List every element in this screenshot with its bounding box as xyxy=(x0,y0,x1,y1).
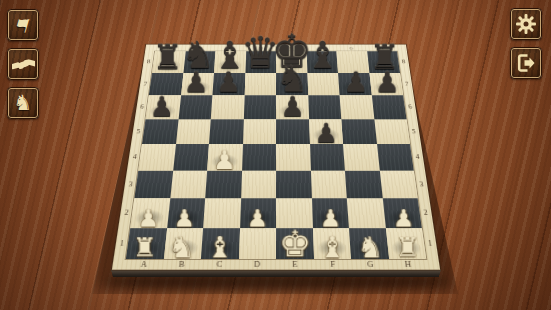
square-h5[interactable] xyxy=(374,119,410,144)
exit-button[interactable] xyxy=(510,47,542,79)
square-a1[interactable]: ♜ xyxy=(126,228,167,259)
square-c1[interactable]: ♝ xyxy=(201,228,240,259)
chess-board: ABCDEFGH ABCDEFGH 87654321 87654321 ♜♞♝♛… xyxy=(112,45,440,270)
file-label-top-h: H xyxy=(366,45,397,52)
file-label-top-a: A xyxy=(155,45,186,52)
square-b7[interactable]: ♟ xyxy=(181,73,214,96)
square-b6[interactable] xyxy=(178,95,212,119)
square-f6[interactable] xyxy=(308,95,341,119)
square-b3[interactable] xyxy=(170,170,207,198)
square-a8[interactable]: ♜ xyxy=(152,51,185,72)
square-g7[interactable]: ♟ xyxy=(338,73,371,96)
white-bishop[interactable]: ♝ xyxy=(206,232,232,261)
draw-handshake-button[interactable] xyxy=(7,48,39,80)
square-d1[interactable] xyxy=(238,228,276,259)
square-c2[interactable] xyxy=(203,198,240,228)
square-a4[interactable] xyxy=(138,144,175,170)
square-c4[interactable]: ♟ xyxy=(207,144,242,170)
square-h6[interactable] xyxy=(371,95,406,119)
white-pawn[interactable]: ♟ xyxy=(393,207,414,231)
square-d7[interactable] xyxy=(244,73,276,96)
handshake-icon xyxy=(12,54,35,75)
flag-button[interactable]: ⚑ xyxy=(7,9,39,41)
knight-icon: ♞ xyxy=(14,93,33,114)
square-b4[interactable] xyxy=(173,144,209,170)
file-label-top-g: G xyxy=(336,45,367,52)
square-c6[interactable] xyxy=(211,95,244,119)
square-h7[interactable]: ♟ xyxy=(369,73,403,96)
black-pawn[interactable]: ♟ xyxy=(280,94,305,121)
white-knight[interactable]: ♞ xyxy=(357,232,383,261)
square-d4[interactable] xyxy=(242,144,276,170)
square-f5[interactable]: ♟ xyxy=(309,119,343,144)
square-h1[interactable]: ♜ xyxy=(385,228,426,259)
square-a3[interactable] xyxy=(134,170,172,198)
file-label-top-e: E xyxy=(276,45,306,52)
square-c5[interactable] xyxy=(209,119,243,144)
square-a6[interactable]: ♟ xyxy=(146,95,181,119)
file-labels-top: ABCDEFGH xyxy=(155,45,397,52)
black-pawn[interactable]: ♟ xyxy=(216,69,241,97)
square-a5[interactable] xyxy=(142,119,178,144)
left-toolbar: ⚑ ♞ xyxy=(7,9,39,119)
square-g4[interactable] xyxy=(343,144,379,170)
file-label-top-b: B xyxy=(185,45,216,52)
black-queen[interactable]: ♛ xyxy=(241,31,280,74)
board-front-edge xyxy=(111,270,442,278)
gear-icon xyxy=(515,13,537,35)
black-pawn[interactable]: ♟ xyxy=(184,69,209,97)
square-e6[interactable]: ♟ xyxy=(276,95,309,119)
settings-button[interactable] xyxy=(510,8,542,40)
black-pawn[interactable]: ♟ xyxy=(375,69,400,97)
board-scene: ABCDEFGH ABCDEFGH 87654321 87654321 ♜♞♝♛… xyxy=(131,0,421,289)
square-g2[interactable] xyxy=(347,198,386,228)
square-f2[interactable]: ♟ xyxy=(311,198,348,228)
board-frame: ABCDEFGH ABCDEFGH 87654321 87654321 ♜♞♝♛… xyxy=(112,45,440,270)
black-pawn[interactable]: ♟ xyxy=(149,94,174,121)
black-pawn[interactable]: ♟ xyxy=(314,120,338,147)
knight-button[interactable]: ♞ xyxy=(7,87,39,119)
file-label-top-d: D xyxy=(246,45,276,52)
black-pawn[interactable]: ♟ xyxy=(343,69,368,97)
square-d2[interactable]: ♟ xyxy=(240,198,276,228)
square-e5[interactable] xyxy=(276,119,310,144)
white-pawn[interactable]: ♟ xyxy=(213,147,236,173)
white-bishop[interactable]: ♝ xyxy=(319,232,345,261)
square-g5[interactable] xyxy=(341,119,376,144)
square-d8[interactable]: ♛ xyxy=(245,51,276,72)
square-d3[interactable] xyxy=(241,170,276,198)
file-label-top-f: F xyxy=(306,45,336,52)
square-f1[interactable]: ♝ xyxy=(312,228,351,259)
square-d5[interactable] xyxy=(243,119,277,144)
white-rook[interactable]: ♜ xyxy=(396,235,420,262)
white-pawn[interactable]: ♟ xyxy=(247,207,268,231)
square-b1[interactable]: ♞ xyxy=(163,228,203,259)
white-pawn[interactable]: ♟ xyxy=(174,207,195,231)
square-f3[interactable] xyxy=(310,170,346,198)
square-e1[interactable]: ♚ xyxy=(276,228,314,259)
white-pawn[interactable]: ♟ xyxy=(320,207,341,231)
square-g6[interactable] xyxy=(340,95,374,119)
flag-icon: ⚑ xyxy=(12,14,34,37)
square-h3[interactable] xyxy=(379,170,417,198)
square-f7[interactable] xyxy=(307,73,340,96)
white-pawn[interactable]: ♟ xyxy=(137,207,158,231)
square-d6[interactable] xyxy=(243,95,276,119)
white-knight[interactable]: ♞ xyxy=(169,232,195,261)
square-f4[interactable] xyxy=(310,144,345,170)
square-g1[interactable]: ♞ xyxy=(349,228,389,259)
square-c7[interactable]: ♟ xyxy=(212,73,245,96)
exit-icon xyxy=(515,52,537,74)
square-c3[interactable] xyxy=(205,170,241,198)
square-e4[interactable] xyxy=(276,144,310,170)
square-b2[interactable]: ♟ xyxy=(167,198,206,228)
square-a2[interactable]: ♟ xyxy=(130,198,170,228)
board-grid: ♜♞♝♛♚♝♜♟♟♞♟♟♟♟♟♟♟♟♟♟♟♜♞♝♚♝♞♜ xyxy=(126,51,426,259)
square-g3[interactable] xyxy=(345,170,382,198)
square-b5[interactable] xyxy=(176,119,211,144)
white-king[interactable]: ♚ xyxy=(279,226,311,262)
square-h2[interactable]: ♟ xyxy=(382,198,422,228)
white-rook[interactable]: ♜ xyxy=(132,235,156,262)
file-label-d: D xyxy=(238,259,276,270)
right-toolbar xyxy=(510,8,542,79)
square-e3[interactable] xyxy=(276,170,311,198)
file-label-top-c: C xyxy=(216,45,246,52)
square-h4[interactable] xyxy=(377,144,414,170)
